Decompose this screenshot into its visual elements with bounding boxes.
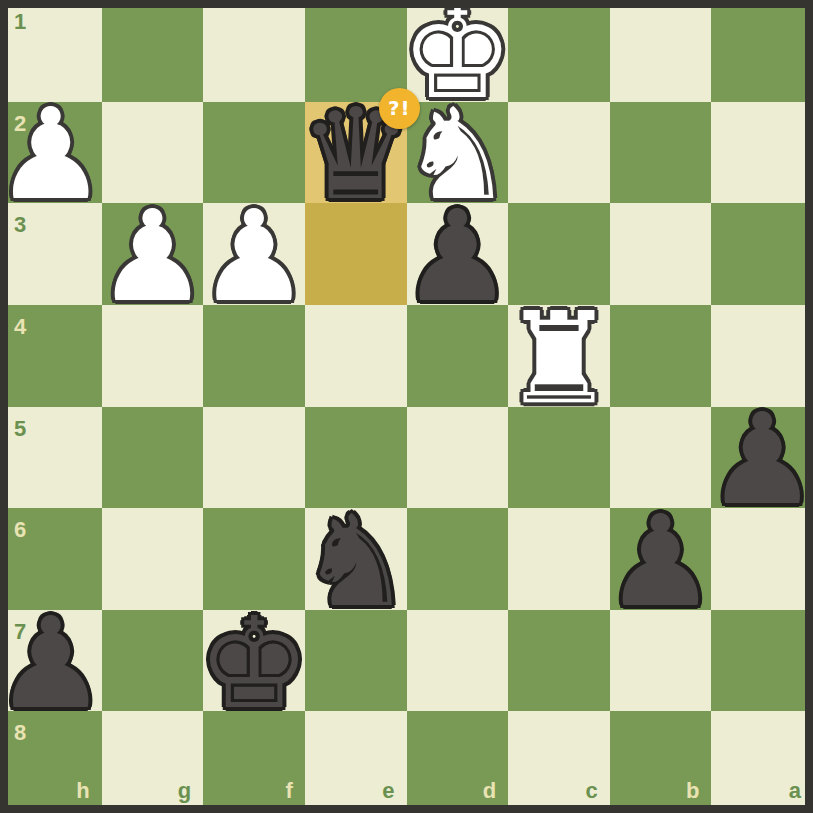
piece-white-pawn[interactable]: ♟ <box>102 206 204 308</box>
square-e8[interactable]: e <box>305 711 407 813</box>
square-h2[interactable]: 2♟ <box>0 102 102 204</box>
rank-label-8: 8 <box>14 720 26 746</box>
piece-white-pawn[interactable]: ♟ <box>203 206 305 308</box>
file-label-f: f <box>286 778 293 804</box>
file-label-b: b <box>686 778 699 804</box>
square-g5[interactable] <box>102 407 204 509</box>
square-g1[interactable] <box>102 0 204 102</box>
piece-black-knight[interactable]: ♞ <box>305 511 407 613</box>
file-label-g: g <box>178 778 191 804</box>
square-f1[interactable] <box>203 0 305 102</box>
square-c4[interactable]: ♜ <box>508 305 610 407</box>
square-d8[interactable]: d <box>407 711 509 813</box>
rank-label-2: 2 <box>14 111 26 137</box>
piece-black-pawn[interactable]: ♟ <box>711 410 813 512</box>
piece-black-king[interactable]: ♚ <box>203 613 305 715</box>
file-label-d: d <box>483 778 496 804</box>
square-a1[interactable] <box>711 0 813 102</box>
square-h4[interactable]: 4 <box>0 305 102 407</box>
square-b4[interactable] <box>610 305 712 407</box>
square-a5[interactable]: ♟ <box>711 407 813 509</box>
square-d5[interactable] <box>407 407 509 509</box>
square-b1[interactable] <box>610 0 712 102</box>
square-e4[interactable] <box>305 305 407 407</box>
square-e2[interactable]: ♛?! <box>305 102 407 204</box>
file-label-h: h <box>76 778 89 804</box>
rank-label-6: 6 <box>14 517 26 543</box>
square-f7[interactable]: ♚ <box>203 610 305 712</box>
rank-label-3: 3 <box>14 212 26 238</box>
square-f5[interactable] <box>203 407 305 509</box>
file-label-c: c <box>586 778 598 804</box>
square-h7[interactable]: 7♟ <box>0 610 102 712</box>
piece-black-pawn[interactable]: ♟ <box>407 206 509 308</box>
rank-label-4: 4 <box>14 314 26 340</box>
square-b6[interactable]: ♟ <box>610 508 712 610</box>
chess-board-container: 1♚2♟♛?!♞3♟♟♟4♜5♟6♞♟7♟♚8hgfedcba <box>0 0 813 813</box>
square-e6[interactable]: ♞ <box>305 508 407 610</box>
piece-black-pawn[interactable]: ♟ <box>610 511 712 613</box>
move-classification-badge: ?! <box>379 88 420 129</box>
square-a3[interactable] <box>711 203 813 305</box>
square-a8[interactable]: a <box>711 711 813 813</box>
square-b8[interactable]: b <box>610 711 712 813</box>
square-b2[interactable] <box>610 102 712 204</box>
square-g6[interactable] <box>102 508 204 610</box>
square-c8[interactable]: c <box>508 711 610 813</box>
square-h5[interactable]: 5 <box>0 407 102 509</box>
square-c6[interactable] <box>508 508 610 610</box>
square-c1[interactable] <box>508 0 610 102</box>
rank-label-5: 5 <box>14 416 26 442</box>
square-a2[interactable] <box>711 102 813 204</box>
square-c7[interactable] <box>508 610 610 712</box>
square-f3[interactable]: ♟ <box>203 203 305 305</box>
square-d6[interactable] <box>407 508 509 610</box>
square-c2[interactable] <box>508 102 610 204</box>
square-g7[interactable] <box>102 610 204 712</box>
rank-label-1: 1 <box>14 9 26 35</box>
square-g8[interactable]: g <box>102 711 204 813</box>
square-d7[interactable] <box>407 610 509 712</box>
square-d3[interactable]: ♟ <box>407 203 509 305</box>
rank-label-7: 7 <box>14 619 26 645</box>
file-label-a: a <box>789 778 801 804</box>
square-b3[interactable] <box>610 203 712 305</box>
square-a7[interactable] <box>711 610 813 712</box>
square-g3[interactable]: ♟ <box>102 203 204 305</box>
piece-white-rook[interactable]: ♜ <box>508 308 610 410</box>
chess-board: 1♚2♟♛?!♞3♟♟♟4♜5♟6♞♟7♟♚8hgfedcba <box>0 0 813 813</box>
file-label-e: e <box>382 778 394 804</box>
